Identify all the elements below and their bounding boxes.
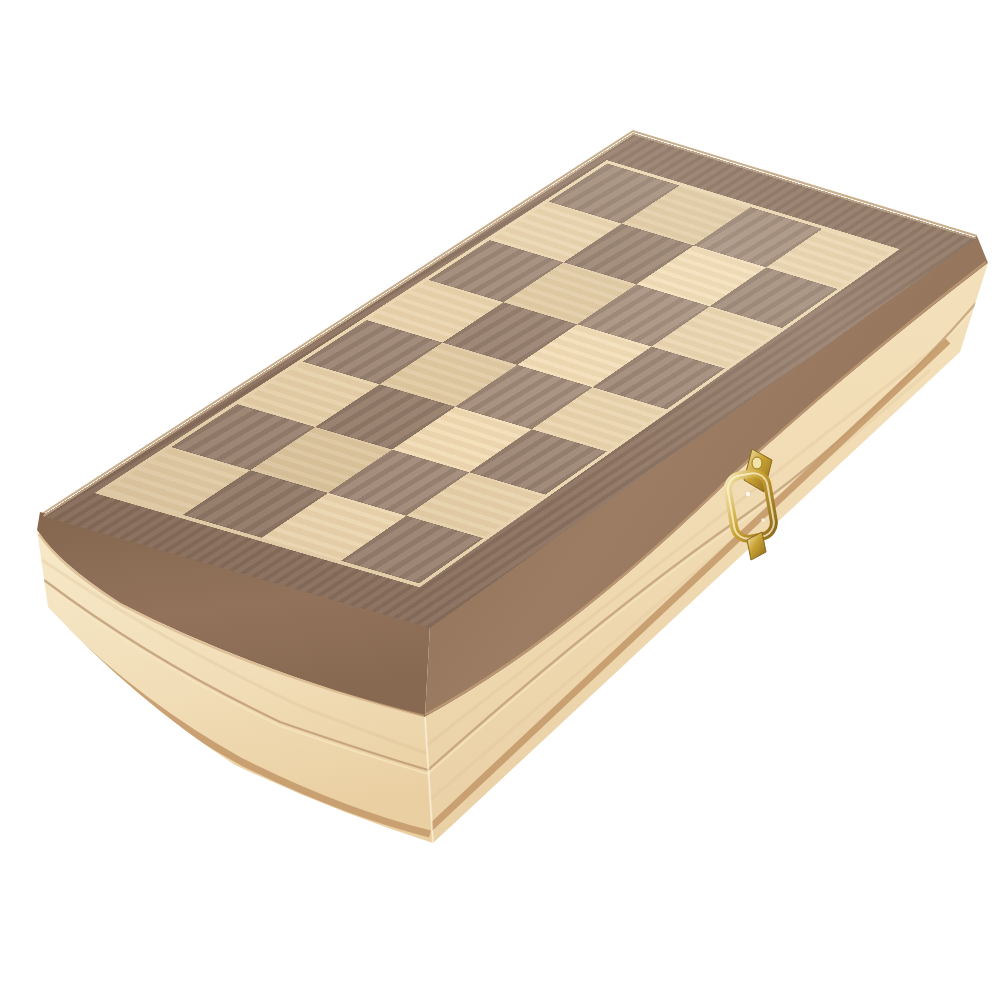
latch-pivot <box>752 457 762 469</box>
latch-sparkle <box>761 518 765 522</box>
product-photo <box>0 0 1000 1000</box>
latch-sparkle <box>746 492 750 496</box>
